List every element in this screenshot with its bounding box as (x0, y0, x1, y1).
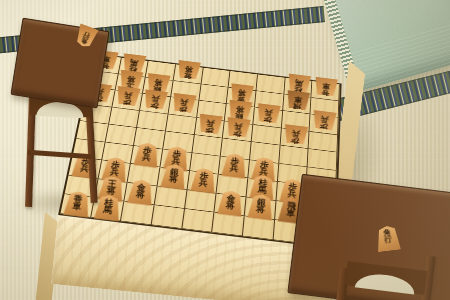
piece-kanji: 歩兵 (320, 116, 330, 131)
square-3i[interactable] (243, 216, 275, 240)
piece-kanji: 歩兵 (233, 122, 243, 138)
captured-sente-piece-角行[interactable]: 角行 (375, 225, 402, 253)
square-9i[interactable]: 香車 (60, 194, 94, 217)
piece-kanji: 歩兵 (179, 98, 189, 113)
sente-piece-金将[interactable]: 金将 (217, 189, 245, 217)
piece-kanji: 金将 (226, 194, 237, 211)
sente-piece-歩兵[interactable]: 歩兵 (189, 167, 217, 194)
piece-kanji: 飛車 (293, 95, 303, 110)
square-5h[interactable] (185, 190, 217, 213)
square-4i[interactable] (212, 213, 244, 236)
piece-tilt: 金将 (125, 176, 159, 206)
gote-piece-歩兵[interactable]: 歩兵 (197, 113, 224, 139)
square-3h[interactable]: 銀将 (245, 197, 276, 220)
piece-tilt: 金将 (215, 187, 248, 217)
piece-kanji: 角行 (80, 31, 90, 45)
piece-kanji: 歩兵 (198, 171, 209, 187)
square-7i[interactable] (121, 202, 154, 225)
square-7h[interactable]: 金将 (125, 183, 158, 206)
piece-kanji: 金将 (136, 183, 147, 200)
sente-piece-銀将[interactable]: 銀将 (247, 193, 275, 221)
gote-piece-歩兵[interactable]: 歩兵 (282, 124, 309, 150)
square-5i[interactable] (182, 209, 215, 232)
piece-kanji: 飛車 (286, 201, 296, 218)
piece-kanji: 銀将 (256, 198, 266, 215)
piece-kanji: 歩兵 (205, 119, 215, 135)
square-6i[interactable] (152, 205, 185, 228)
piece-kanji: 桂馬 (102, 198, 113, 215)
sente-captured-pieces: 角行 (375, 225, 402, 253)
piece-kanji: 歩兵 (264, 109, 274, 124)
piece-kanji: 角行 (383, 229, 392, 244)
square-6h[interactable] (155, 186, 188, 209)
piece-kanji: 歩兵 (291, 129, 301, 145)
piece-kanji: 香車 (322, 82, 331, 97)
sente-piece-香車[interactable]: 香車 (63, 190, 92, 218)
piece-kanji: 香車 (72, 195, 83, 212)
piece-kanji: 歩兵 (151, 95, 161, 110)
piece-kanji: 金将 (184, 65, 194, 80)
square-9g[interactable]: 歩兵 (69, 157, 102, 179)
piece-kanji: 歩兵 (122, 91, 132, 106)
piece-kanji: 歩兵 (230, 156, 240, 172)
piece-kanji: 歩兵 (142, 146, 153, 162)
shogi-photo-scene: 香車桂馬金将桂馬香車玉将銀将金将飛車歩兵歩兵歩兵歩兵銀将歩兵歩兵歩兵歩兵歩兵歩兵… (0, 0, 450, 300)
piece-kanji: 銀将 (169, 168, 180, 184)
